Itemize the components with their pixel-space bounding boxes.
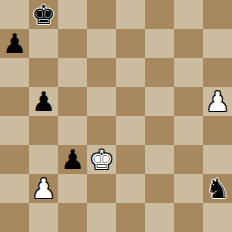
square-h6[interactable] (203, 58, 232, 87)
square-h3[interactable] (203, 145, 232, 174)
square-a6[interactable] (0, 58, 29, 87)
square-g6[interactable] (174, 58, 203, 87)
square-d8[interactable] (87, 0, 116, 29)
piece-black-knight-h2[interactable]: ♞ (205, 174, 229, 203)
square-e2[interactable] (116, 174, 145, 203)
square-c7[interactable] (58, 29, 87, 58)
square-f6[interactable] (145, 58, 174, 87)
square-d4[interactable] (87, 116, 116, 145)
square-f7[interactable] (145, 29, 174, 58)
square-d5[interactable] (87, 87, 116, 116)
square-c4[interactable] (58, 116, 87, 145)
piece-black-pawn-c3[interactable]: ♟ (60, 145, 84, 174)
square-g1[interactable] (174, 203, 203, 232)
square-c5[interactable] (58, 87, 87, 116)
square-d1[interactable] (87, 203, 116, 232)
square-e8[interactable] (116, 0, 145, 29)
piece-black-king-b8[interactable]: ♚ (31, 0, 55, 29)
square-e7[interactable] (116, 29, 145, 58)
square-d2[interactable] (87, 174, 116, 203)
square-h7[interactable] (203, 29, 232, 58)
square-g2[interactable] (174, 174, 203, 203)
square-b4[interactable] (29, 116, 58, 145)
square-d3[interactable]: ♚ (87, 145, 116, 174)
square-e4[interactable] (116, 116, 145, 145)
square-f1[interactable] (145, 203, 174, 232)
square-d7[interactable] (87, 29, 116, 58)
square-f2[interactable] (145, 174, 174, 203)
square-a3[interactable] (0, 145, 29, 174)
square-b6[interactable] (29, 58, 58, 87)
square-a7[interactable]: ♟ (0, 29, 29, 58)
square-a8[interactable] (0, 0, 29, 29)
piece-black-pawn-a7[interactable]: ♟ (2, 29, 26, 58)
square-c1[interactable] (58, 203, 87, 232)
square-f5[interactable] (145, 87, 174, 116)
piece-black-pawn-b5[interactable]: ♟ (31, 87, 55, 116)
square-g8[interactable] (174, 0, 203, 29)
square-f8[interactable] (145, 0, 174, 29)
square-f4[interactable] (145, 116, 174, 145)
square-c3[interactable]: ♟ (58, 145, 87, 174)
square-f3[interactable] (145, 145, 174, 174)
square-e6[interactable] (116, 58, 145, 87)
square-e1[interactable] (116, 203, 145, 232)
square-c6[interactable] (58, 58, 87, 87)
square-g4[interactable] (174, 116, 203, 145)
square-e3[interactable] (116, 145, 145, 174)
square-h8[interactable] (203, 0, 232, 29)
piece-white-king-d3[interactable]: ♚ (89, 145, 113, 174)
square-a1[interactable] (0, 203, 29, 232)
square-d6[interactable] (87, 58, 116, 87)
chess-board: ♚♟♟♟♟♚♟♞ (0, 0, 232, 232)
square-h1[interactable] (203, 203, 232, 232)
piece-white-pawn-h5[interactable]: ♟ (205, 87, 229, 116)
square-e5[interactable] (116, 87, 145, 116)
square-b3[interactable] (29, 145, 58, 174)
square-h2[interactable]: ♞ (203, 174, 232, 203)
square-g7[interactable] (174, 29, 203, 58)
square-b1[interactable] (29, 203, 58, 232)
square-b5[interactable]: ♟ (29, 87, 58, 116)
square-c2[interactable] (58, 174, 87, 203)
square-c8[interactable] (58, 0, 87, 29)
square-a2[interactable] (0, 174, 29, 203)
square-b7[interactable] (29, 29, 58, 58)
square-b2[interactable]: ♟ (29, 174, 58, 203)
square-h4[interactable] (203, 116, 232, 145)
square-g5[interactable] (174, 87, 203, 116)
square-b8[interactable]: ♚ (29, 0, 58, 29)
square-g3[interactable] (174, 145, 203, 174)
square-a4[interactable] (0, 116, 29, 145)
square-h5[interactable]: ♟ (203, 87, 232, 116)
piece-white-pawn-b2[interactable]: ♟ (31, 174, 55, 203)
square-a5[interactable] (0, 87, 29, 116)
